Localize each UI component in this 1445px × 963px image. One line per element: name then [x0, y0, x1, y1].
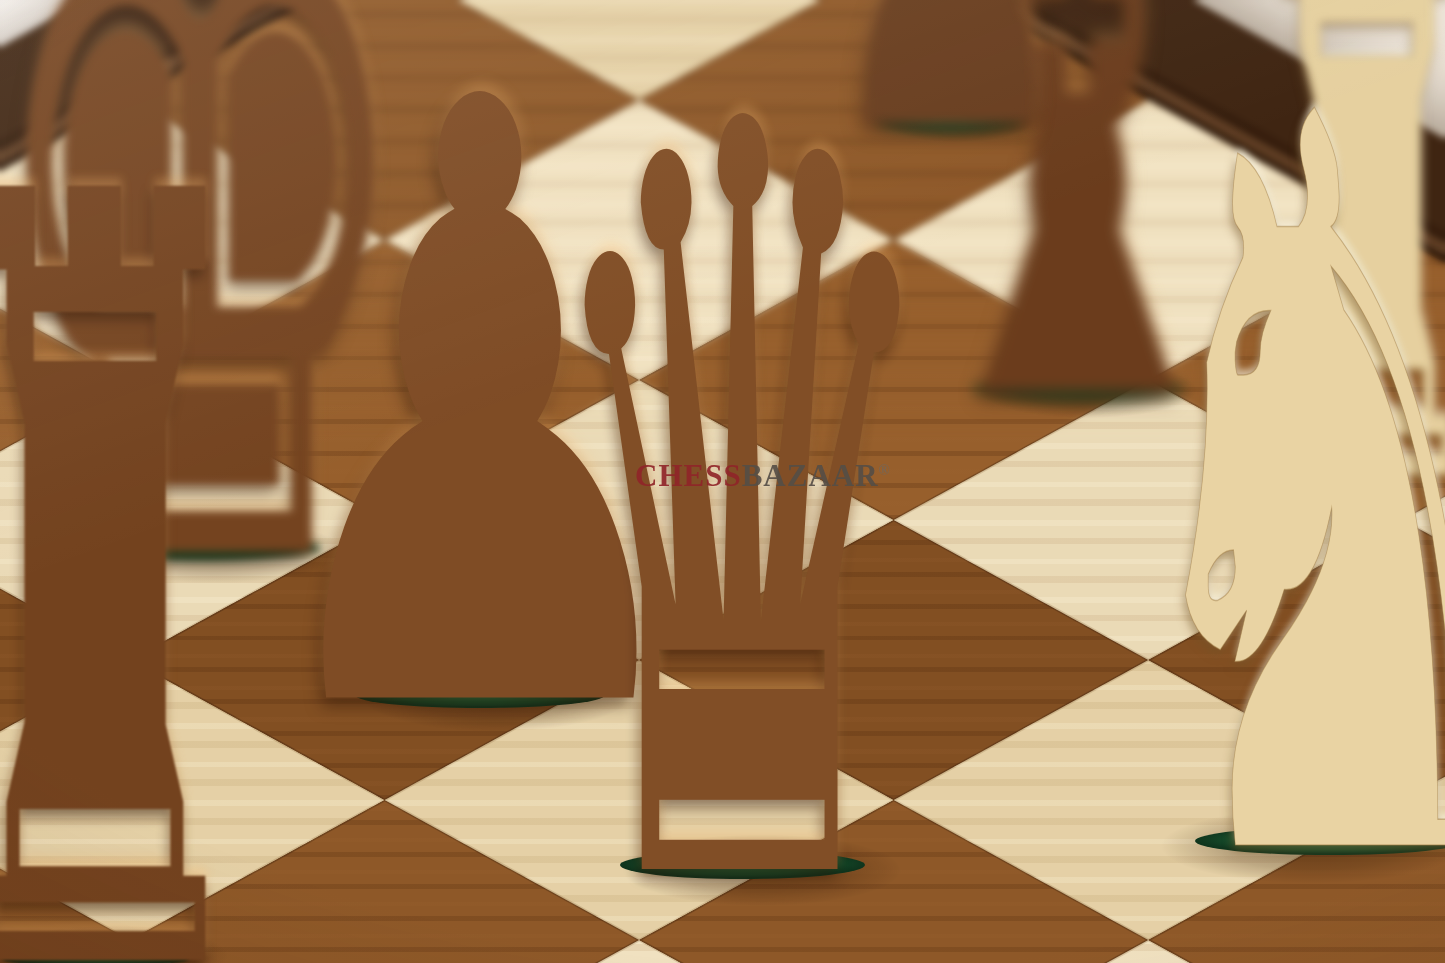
watermark-bazaar-text: BAZAAR [742, 458, 879, 493]
light-knight-piece-glyph: ♞ [1104, 0, 1445, 963]
registered-mark: ® [879, 462, 891, 478]
photo-stage: ♚♜♟♛♝♟♜♞ CHESSBAZAAR® [0, 0, 1445, 963]
watermark-chess-text: CHESS [635, 458, 742, 493]
watermark: CHESSBAZAAR® [635, 458, 891, 494]
dark-rook-piece-glyph: ♜ [0, 62, 271, 963]
